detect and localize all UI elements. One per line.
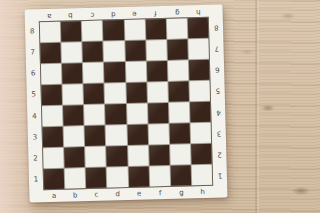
rank-label-right-8: 8 — [214, 24, 219, 31]
square-d7[interactable] — [104, 41, 125, 62]
file-label-top-h: h — [187, 7, 208, 15]
square-e4[interactable] — [127, 103, 148, 124]
square-b8[interactable] — [61, 21, 82, 42]
square-f5[interactable] — [147, 82, 168, 103]
rank-label-right-2: 2 — [217, 150, 222, 157]
square-h6[interactable] — [189, 60, 210, 81]
chessboard: abcdefgh 87654321 87654321 abcdefgh — [25, 4, 228, 202]
square-c4[interactable] — [84, 105, 105, 126]
square-c5[interactable] — [84, 84, 105, 105]
square-h3[interactable] — [190, 123, 211, 144]
file-label-bottom-a: a — [43, 192, 64, 200]
square-d6[interactable] — [104, 62, 125, 83]
square-a6[interactable] — [41, 64, 62, 85]
square-d5[interactable] — [105, 83, 126, 104]
square-b6[interactable] — [62, 63, 83, 84]
square-f3[interactable] — [148, 124, 169, 145]
rank-label-left-3: 3 — [33, 134, 38, 141]
rank-label-right-7: 7 — [214, 45, 219, 52]
square-h5[interactable] — [189, 81, 210, 102]
square-b4[interactable] — [63, 105, 84, 126]
square-h4[interactable] — [190, 102, 211, 123]
square-c7[interactable] — [83, 42, 104, 63]
square-b3[interactable] — [64, 126, 85, 147]
square-h2[interactable] — [191, 144, 212, 165]
square-a3[interactable] — [43, 127, 64, 148]
file-label-bottom-f: f — [150, 189, 171, 197]
square-b2[interactable] — [64, 147, 85, 168]
square-c1[interactable] — [86, 168, 107, 189]
square-b5[interactable] — [63, 84, 84, 105]
square-e5[interactable] — [126, 82, 147, 103]
square-g8[interactable] — [167, 18, 188, 39]
square-g4[interactable] — [169, 102, 190, 123]
square-f8[interactable] — [145, 19, 166, 40]
square-b1[interactable] — [65, 168, 86, 189]
square-e2[interactable] — [128, 145, 149, 166]
photo-scene: abcdefgh 87654321 87654321 abcdefgh — [0, 0, 320, 213]
square-g3[interactable] — [169, 123, 190, 144]
file-label-top-a: a — [39, 11, 60, 19]
square-e1[interactable] — [128, 166, 149, 187]
file-label-bottom-c: c — [86, 191, 107, 199]
square-a4[interactable] — [42, 106, 63, 127]
square-g6[interactable] — [168, 60, 189, 81]
rank-label-left-2: 2 — [33, 155, 38, 162]
square-g5[interactable] — [168, 81, 189, 102]
square-c6[interactable] — [83, 63, 104, 84]
file-label-top-e: e — [124, 9, 145, 17]
file-label-top-f: f — [145, 8, 166, 16]
square-c2[interactable] — [85, 147, 106, 168]
square-c3[interactable] — [85, 126, 106, 147]
rank-label-left-4: 4 — [32, 113, 37, 120]
file-label-top-c: c — [81, 10, 102, 18]
square-g1[interactable] — [170, 165, 191, 186]
file-label-top-b: b — [60, 11, 81, 19]
rank-label-right-3: 3 — [216, 129, 221, 136]
square-f4[interactable] — [148, 103, 169, 124]
square-c8[interactable] — [82, 21, 103, 42]
file-label-bottom-b: b — [65, 192, 86, 200]
rank-label-right-4: 4 — [216, 108, 221, 115]
square-e6[interactable] — [125, 61, 146, 82]
square-e8[interactable] — [124, 19, 145, 40]
rank-label-left-5: 5 — [31, 92, 36, 99]
square-d1[interactable] — [107, 167, 128, 188]
rank-label-left-7: 7 — [30, 50, 35, 57]
rank-label-left-1: 1 — [34, 176, 39, 183]
file-label-bottom-g: g — [171, 189, 192, 197]
square-g2[interactable] — [170, 144, 191, 165]
board-middle: 87654321 87654321 — [25, 16, 227, 190]
square-f1[interactable] — [149, 166, 170, 187]
square-f2[interactable] — [149, 145, 170, 166]
file-label-bottom-e: e — [128, 190, 149, 198]
square-h7[interactable] — [188, 39, 209, 60]
file-label-top-d: d — [102, 10, 123, 18]
square-d8[interactable] — [103, 20, 124, 41]
square-a7[interactable] — [40, 43, 61, 64]
file-label-top-g: g — [166, 8, 187, 16]
square-a1[interactable] — [44, 169, 65, 190]
square-d2[interactable] — [106, 146, 127, 167]
square-f6[interactable] — [147, 61, 168, 82]
square-e7[interactable] — [125, 40, 146, 61]
square-h8[interactable] — [188, 18, 209, 39]
file-label-bottom-h: h — [192, 188, 213, 196]
square-g7[interactable] — [167, 39, 188, 60]
square-a2[interactable] — [43, 148, 64, 169]
square-h1[interactable] — [192, 165, 213, 186]
board-grid — [39, 17, 213, 190]
square-e3[interactable] — [127, 124, 148, 145]
rank-label-right-5: 5 — [215, 87, 220, 94]
square-f7[interactable] — [146, 40, 167, 61]
file-label-bottom-d: d — [107, 190, 128, 198]
square-b7[interactable] — [62, 42, 83, 63]
square-d4[interactable] — [105, 104, 126, 125]
rank-label-right-6: 6 — [215, 66, 220, 73]
rank-label-left-8: 8 — [30, 28, 35, 35]
square-d3[interactable] — [106, 125, 127, 146]
square-a8[interactable] — [40, 22, 61, 43]
rank-label-right-1: 1 — [218, 171, 223, 178]
rank-label-left-6: 6 — [31, 71, 36, 78]
square-a5[interactable] — [41, 85, 62, 106]
